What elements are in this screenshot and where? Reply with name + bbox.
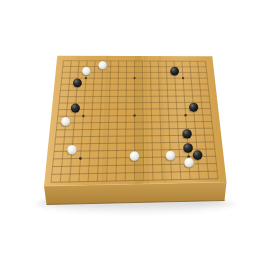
black-stone bbox=[71, 104, 80, 113]
black-stone bbox=[183, 143, 193, 153]
black-stone bbox=[193, 150, 203, 160]
white-stone bbox=[98, 61, 107, 70]
white-stone bbox=[67, 145, 77, 155]
go-board bbox=[0, 0, 255, 255]
white-stone bbox=[61, 117, 70, 126]
black-stone bbox=[189, 103, 198, 112]
product-photo-stage bbox=[0, 0, 255, 255]
star-point bbox=[133, 77, 135, 79]
black-stone bbox=[73, 79, 82, 88]
white-stone bbox=[82, 67, 91, 76]
star-point bbox=[133, 114, 136, 117]
star-point bbox=[184, 114, 187, 117]
white-stone bbox=[166, 151, 176, 161]
black-stone bbox=[182, 129, 191, 138]
star-point bbox=[82, 115, 85, 118]
white-stone bbox=[184, 158, 194, 168]
star-point bbox=[182, 77, 184, 79]
black-stone bbox=[170, 67, 179, 76]
star-point bbox=[85, 77, 87, 79]
star-point bbox=[79, 157, 82, 160]
white-stone bbox=[130, 151, 140, 161]
